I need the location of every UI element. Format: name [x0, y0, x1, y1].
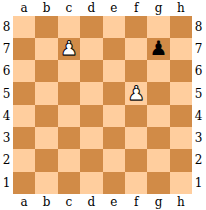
square-d7[interactable] [80, 38, 102, 60]
white-pawn-c7: ♟ [60, 38, 78, 58]
rank-label-left-3: 3 [0, 127, 13, 149]
rank-label-right-5: 5 [192, 82, 205, 104]
rank-label-right-7: 7 [192, 38, 205, 60]
rank-label-left-6: 6 [0, 60, 13, 82]
file-label-top-c: c [58, 0, 80, 16]
square-d3[interactable] [80, 127, 102, 149]
file-label-bottom-b: b [35, 194, 57, 210]
square-a4[interactable] [13, 105, 35, 127]
square-h3[interactable] [170, 127, 192, 149]
square-h5[interactable] [170, 82, 192, 104]
square-a7[interactable] [13, 38, 35, 60]
square-f4[interactable] [125, 105, 147, 127]
corner-bottom-left [0, 194, 13, 210]
rank-label-left-8: 8 [0, 16, 13, 38]
file-label-top-a: a [13, 0, 35, 16]
square-g4[interactable] [147, 105, 169, 127]
white-pawn-f5: ♟ [127, 83, 145, 103]
square-c2[interactable] [58, 149, 80, 171]
square-f3[interactable] [125, 127, 147, 149]
square-d5[interactable] [80, 82, 102, 104]
square-c6[interactable] [58, 60, 80, 82]
black-pawn-g7: ♟ [150, 38, 168, 58]
square-g1[interactable] [147, 172, 169, 194]
square-g6[interactable] [147, 60, 169, 82]
corner-bottom-right [192, 194, 205, 210]
file-label-bottom-g: g [147, 194, 169, 210]
square-f1[interactable] [125, 172, 147, 194]
rank-label-right-8: 8 [192, 16, 205, 38]
file-label-bottom-c: c [58, 194, 80, 210]
square-h2[interactable] [170, 149, 192, 171]
chess-board: abcdefgh887♟♟7665♟544332211abcdefgh [0, 0, 206, 210]
file-label-top-h: h [170, 0, 192, 16]
square-g5[interactable] [147, 82, 169, 104]
square-f8[interactable] [125, 16, 147, 38]
file-label-top-d: d [80, 0, 102, 16]
square-a6[interactable] [13, 60, 35, 82]
square-g2[interactable] [147, 149, 169, 171]
square-c4[interactable] [58, 105, 80, 127]
square-a3[interactable] [13, 127, 35, 149]
rank-label-right-1: 1 [192, 172, 205, 194]
rank-label-right-4: 4 [192, 105, 205, 127]
square-b1[interactable] [35, 172, 57, 194]
file-label-bottom-h: h [170, 194, 192, 210]
square-b5[interactable] [35, 82, 57, 104]
square-h7[interactable] [170, 38, 192, 60]
square-d6[interactable] [80, 60, 102, 82]
square-d4[interactable] [80, 105, 102, 127]
square-h8[interactable] [170, 16, 192, 38]
square-f2[interactable] [125, 149, 147, 171]
square-f6[interactable] [125, 60, 147, 82]
rank-label-right-2: 2 [192, 149, 205, 171]
file-label-top-e: e [103, 0, 125, 16]
rank-label-left-5: 5 [0, 82, 13, 104]
square-a5[interactable] [13, 82, 35, 104]
square-e6[interactable] [103, 60, 125, 82]
square-g8[interactable] [147, 16, 169, 38]
square-d2[interactable] [80, 149, 102, 171]
square-e8[interactable] [103, 16, 125, 38]
file-label-bottom-d: d [80, 194, 102, 210]
square-b8[interactable] [35, 16, 57, 38]
rank-label-left-1: 1 [0, 172, 13, 194]
rank-label-right-3: 3 [192, 127, 205, 149]
square-b2[interactable] [35, 149, 57, 171]
square-f7[interactable] [125, 38, 147, 60]
square-b4[interactable] [35, 105, 57, 127]
square-c7[interactable]: ♟ [58, 38, 80, 60]
square-b3[interactable] [35, 127, 57, 149]
square-e5[interactable] [103, 82, 125, 104]
square-h4[interactable] [170, 105, 192, 127]
square-b6[interactable] [35, 60, 57, 82]
square-a8[interactable] [13, 16, 35, 38]
square-a1[interactable] [13, 172, 35, 194]
square-c5[interactable] [58, 82, 80, 104]
rank-label-right-6: 6 [192, 60, 205, 82]
file-label-top-b: b [35, 0, 57, 16]
square-h1[interactable] [170, 172, 192, 194]
square-a2[interactable] [13, 149, 35, 171]
square-c1[interactable] [58, 172, 80, 194]
square-d8[interactable] [80, 16, 102, 38]
square-b7[interactable] [35, 38, 57, 60]
square-c3[interactable] [58, 127, 80, 149]
file-label-top-f: f [125, 0, 147, 16]
rank-label-left-4: 4 [0, 105, 13, 127]
corner-top-right [192, 0, 205, 16]
square-e7[interactable] [103, 38, 125, 60]
square-h6[interactable] [170, 60, 192, 82]
square-f5[interactable]: ♟ [125, 82, 147, 104]
square-e3[interactable] [103, 127, 125, 149]
square-c8[interactable] [58, 16, 80, 38]
square-e2[interactable] [103, 149, 125, 171]
square-e4[interactable] [103, 105, 125, 127]
corner-top-left [0, 0, 13, 16]
square-d1[interactable] [80, 172, 102, 194]
square-g7[interactable]: ♟ [147, 38, 169, 60]
file-label-bottom-e: e [103, 194, 125, 210]
square-g3[interactable] [147, 127, 169, 149]
file-label-bottom-a: a [13, 194, 35, 210]
file-label-top-g: g [147, 0, 169, 16]
square-e1[interactable] [103, 172, 125, 194]
file-label-bottom-f: f [125, 194, 147, 210]
rank-label-left-7: 7 [0, 38, 13, 60]
rank-label-left-2: 2 [0, 149, 13, 171]
